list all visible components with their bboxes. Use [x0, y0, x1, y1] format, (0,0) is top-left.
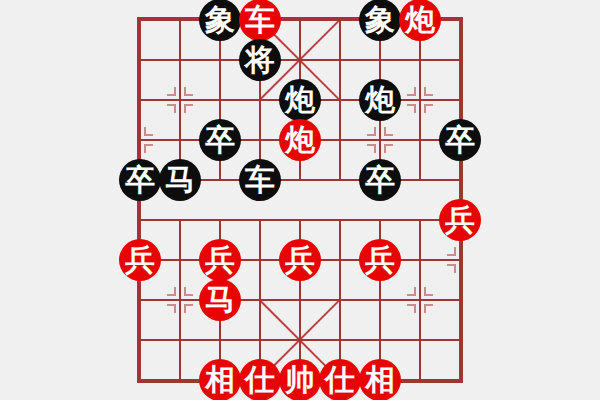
piece-red-advisor[interactable]: 仕 [319, 359, 361, 400]
piece-red-horse[interactable]: 马 [199, 279, 241, 321]
piece-red-cannon[interactable]: 炮 [279, 119, 321, 161]
piece-black-cannon[interactable]: 炮 [279, 79, 321, 121]
piece-red-soldier[interactable]: 兵 [279, 239, 321, 281]
piece-red-cannon[interactable]: 炮 [399, 0, 441, 41]
piece-red-chariot[interactable]: 车 [239, 0, 281, 41]
piece-red-elephant[interactable]: 相 [359, 359, 401, 400]
piece-black-elephant[interactable]: 象 [199, 0, 241, 41]
piece-red-soldier[interactable]: 兵 [119, 239, 161, 281]
piece-black-cannon[interactable]: 炮 [359, 79, 401, 121]
piece-red-elephant[interactable]: 相 [199, 359, 241, 400]
piece-red-soldier[interactable]: 兵 [199, 239, 241, 281]
piece-black-soldier[interactable]: 卒 [119, 159, 161, 201]
piece-black-soldier[interactable]: 卒 [439, 119, 481, 161]
piece-red-soldier[interactable]: 兵 [439, 199, 481, 241]
piece-red-soldier[interactable]: 兵 [359, 239, 401, 281]
piece-black-soldier[interactable]: 卒 [359, 159, 401, 201]
piece-red-general[interactable]: 帅 [279, 359, 321, 400]
piece-red-advisor[interactable]: 仕 [239, 359, 281, 400]
piece-black-horse[interactable]: 马 [159, 159, 201, 201]
piece-black-soldier[interactable]: 卒 [199, 119, 241, 161]
piece-black-chariot[interactable]: 车 [239, 159, 281, 201]
piece-black-elephant[interactable]: 象 [359, 0, 401, 41]
xiangqi-board[interactable]: 象车象炮将炮炮卒炮卒卒马车卒兵兵兵兵兵马相仕帅仕相 [0, 0, 600, 400]
piece-black-general[interactable]: 将 [239, 39, 281, 81]
